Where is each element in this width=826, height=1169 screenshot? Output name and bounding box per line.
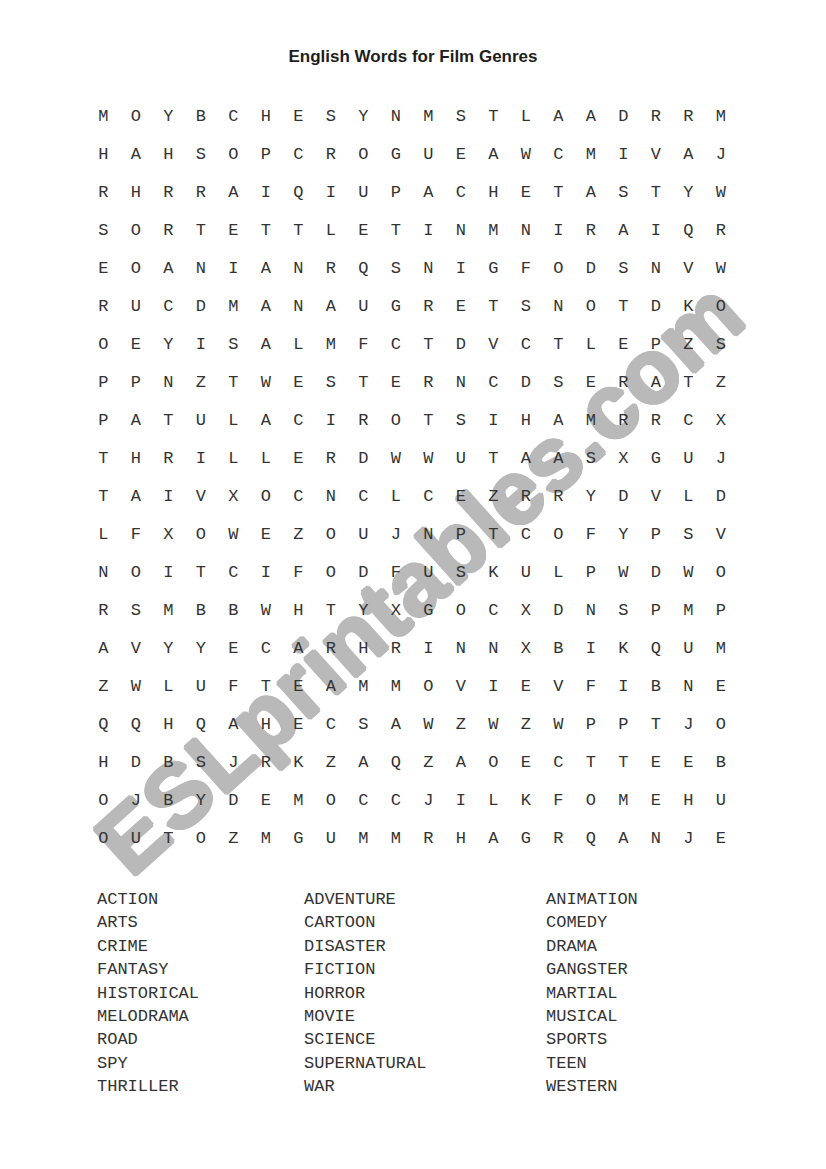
grid-cell: Z	[315, 743, 348, 781]
page-title: English Words for Film Genres	[0, 47, 826, 67]
grid-cell: N	[380, 97, 413, 135]
grid-cell: T	[152, 401, 185, 439]
grid-cell: W	[412, 439, 445, 477]
word-item: FANTASY	[97, 958, 199, 981]
word-item: CARTOON	[304, 911, 426, 934]
word-item: SPY	[97, 1052, 199, 1075]
grid-cell: E	[445, 477, 478, 515]
grid-cell: T	[185, 211, 218, 249]
grid-cell: U	[445, 439, 478, 477]
grid-cell: M	[575, 135, 608, 173]
grid-cell: D	[705, 477, 738, 515]
grid-cell: S	[672, 515, 705, 553]
grid-cell: B	[640, 667, 673, 705]
grid-cell: F	[380, 553, 413, 591]
grid-cell: R	[87, 591, 120, 629]
grid-cell: C	[510, 325, 543, 363]
grid-cell: M	[87, 97, 120, 135]
grid-cell: W	[672, 553, 705, 591]
grid-cell: Y	[185, 781, 218, 819]
grid-cell: Z	[477, 477, 510, 515]
grid-cell: T	[575, 743, 608, 781]
word-item: MOVIE	[304, 1005, 426, 1028]
grid-cell: A	[542, 401, 575, 439]
grid-cell: S	[575, 439, 608, 477]
word-search-grid: MOYBCHESYNMSTLAADRRMHAHSOPCROGUEAWCMIVAJ…	[87, 97, 737, 857]
grid-cell: N	[640, 819, 673, 857]
grid-cell: T	[672, 363, 705, 401]
grid-cell: R	[315, 629, 348, 667]
word-item: HORROR	[304, 982, 426, 1005]
grid-cell: I	[542, 211, 575, 249]
grid-cell: R	[315, 249, 348, 287]
grid-cell: S	[510, 287, 543, 325]
grid-cell: R	[152, 211, 185, 249]
grid-cell: I	[152, 477, 185, 515]
grid-cell: E	[282, 439, 315, 477]
grid-cell: K	[282, 743, 315, 781]
grid-cell: P	[640, 591, 673, 629]
grid-cell: D	[542, 591, 575, 629]
grid-cell: E	[705, 819, 738, 857]
grid-cell: S	[445, 553, 478, 591]
grid-cell: R	[640, 97, 673, 135]
word-item: MELODRAMA	[97, 1005, 199, 1028]
word-item: FICTION	[304, 958, 426, 981]
grid-cell: R	[347, 401, 380, 439]
grid-cell: T	[87, 439, 120, 477]
grid-cell: S	[542, 363, 575, 401]
grid-cell: E	[282, 667, 315, 705]
grid-cell: P	[120, 363, 153, 401]
grid-cell: I	[477, 667, 510, 705]
grid-cell: I	[315, 173, 348, 211]
grid-cell: M	[477, 211, 510, 249]
grid-cell: E	[575, 363, 608, 401]
grid-cell: O	[120, 553, 153, 591]
grid-cell: J	[120, 781, 153, 819]
grid-cell: J	[705, 135, 738, 173]
grid-cell: M	[672, 591, 705, 629]
grid-cell: D	[120, 743, 153, 781]
word-item: CRIME	[97, 935, 199, 958]
grid-cell: A	[152, 249, 185, 287]
grid-cell: H	[250, 97, 283, 135]
grid-cell: O	[217, 135, 250, 173]
grid-cell: R	[672, 97, 705, 135]
grid-cell: A	[412, 173, 445, 211]
grid-cell: I	[250, 553, 283, 591]
grid-cell: Y	[672, 173, 705, 211]
grid-cell: E	[282, 363, 315, 401]
grid-cell: Y	[347, 97, 380, 135]
grid-cell: A	[250, 287, 283, 325]
grid-cell: I	[412, 211, 445, 249]
grid-cell: I	[575, 629, 608, 667]
grid-cell: L	[217, 439, 250, 477]
grid-cell: E	[445, 135, 478, 173]
grid-cell: I	[217, 249, 250, 287]
grid-cell: O	[120, 97, 153, 135]
grid-cell: L	[575, 325, 608, 363]
grid-cell: P	[640, 325, 673, 363]
grid-cell: E	[347, 211, 380, 249]
grid-cell: C	[380, 781, 413, 819]
grid-cell: P	[575, 553, 608, 591]
grid-cell: T	[477, 439, 510, 477]
grid-cell: F	[282, 553, 315, 591]
grid-cell: E	[250, 781, 283, 819]
grid-cell: C	[412, 477, 445, 515]
grid-cell: C	[477, 363, 510, 401]
grid-cell: O	[120, 211, 153, 249]
grid-cell: T	[87, 477, 120, 515]
grid-cell: D	[640, 287, 673, 325]
word-item: GANGSTER	[546, 958, 638, 981]
grid-cell: K	[672, 287, 705, 325]
word-list-column-3: ANIMATIONCOMEDYDRAMAGANGSTERMARTIALMUSIC…	[546, 888, 638, 1099]
grid-cell: S	[185, 743, 218, 781]
grid-cell: L	[282, 325, 315, 363]
grid-cell: D	[640, 553, 673, 591]
word-item: SCIENCE	[304, 1028, 426, 1051]
grid-cell: Z	[672, 325, 705, 363]
grid-cell: R	[640, 401, 673, 439]
grid-cell: S	[445, 401, 478, 439]
grid-cell: A	[672, 135, 705, 173]
grid-cell: C	[282, 135, 315, 173]
grid-cell: F	[347, 325, 380, 363]
grid-cell: C	[315, 705, 348, 743]
grid-cell: V	[120, 629, 153, 667]
grid-cell: R	[510, 477, 543, 515]
grid-cell: E	[705, 667, 738, 705]
grid-cell: S	[87, 211, 120, 249]
grid-cell: O	[477, 743, 510, 781]
grid-cell: V	[672, 249, 705, 287]
grid-cell: I	[315, 401, 348, 439]
grid-cell: Y	[575, 477, 608, 515]
grid-cell: B	[705, 743, 738, 781]
grid-cell: E	[380, 363, 413, 401]
grid-cell: H	[510, 401, 543, 439]
grid-cell: E	[640, 743, 673, 781]
grid-cell: O	[120, 249, 153, 287]
grid-cell: C	[477, 591, 510, 629]
grid-cell: M	[607, 781, 640, 819]
grid-cell: B	[542, 629, 575, 667]
grid-cell: M	[380, 667, 413, 705]
grid-cell: L	[250, 439, 283, 477]
grid-cell: S	[347, 705, 380, 743]
grid-cell: P	[640, 515, 673, 553]
grid-cell: M	[152, 591, 185, 629]
grid-cell: F	[542, 781, 575, 819]
grid-cell: A	[250, 401, 283, 439]
grid-cell: N	[185, 249, 218, 287]
grid-cell: S	[120, 591, 153, 629]
grid-cell: U	[672, 439, 705, 477]
grid-cell: N	[282, 287, 315, 325]
grid-cell: X	[510, 629, 543, 667]
grid-cell: L	[315, 211, 348, 249]
grid-cell: M	[412, 97, 445, 135]
grid-cell: O	[705, 287, 738, 325]
grid-cell: V	[640, 135, 673, 173]
grid-cell: Z	[282, 515, 315, 553]
grid-cell: W	[542, 705, 575, 743]
grid-cell: W	[705, 173, 738, 211]
grid-cell: M	[705, 629, 738, 667]
grid-cell: G	[640, 439, 673, 477]
grid-cell: D	[445, 325, 478, 363]
grid-cell: Z	[510, 705, 543, 743]
grid-cell: O	[87, 325, 120, 363]
word-item: DISASTER	[304, 935, 426, 958]
grid-cell: T	[347, 363, 380, 401]
grid-cell: Q	[640, 629, 673, 667]
grid-cell: R	[87, 287, 120, 325]
word-item: COMEDY	[546, 911, 638, 934]
grid-cell: O	[412, 667, 445, 705]
grid-cell: J	[380, 515, 413, 553]
grid-cell: U	[412, 553, 445, 591]
grid-cell: Q	[575, 819, 608, 857]
grid-cell: N	[412, 515, 445, 553]
grid-cell: N	[510, 211, 543, 249]
grid-cell: A	[217, 173, 250, 211]
grid-cell: R	[185, 173, 218, 211]
grid-cell: W	[380, 439, 413, 477]
grid-cell: B	[152, 781, 185, 819]
grid-cell: Y	[185, 629, 218, 667]
word-item: THRILLER	[97, 1075, 199, 1098]
grid-cell: P	[380, 173, 413, 211]
grid-cell: N	[542, 287, 575, 325]
grid-cell: E	[282, 97, 315, 135]
grid-cell: T	[607, 287, 640, 325]
grid-cell: E	[510, 743, 543, 781]
grid-cell: C	[282, 401, 315, 439]
grid-cell: E	[510, 667, 543, 705]
grid-cell: L	[542, 553, 575, 591]
grid-cell: D	[607, 97, 640, 135]
grid-cell: O	[445, 591, 478, 629]
grid-cell: H	[347, 629, 380, 667]
grid-cell: K	[477, 553, 510, 591]
grid-cell: I	[607, 667, 640, 705]
grid-cell: R	[575, 211, 608, 249]
grid-cell: C	[672, 401, 705, 439]
grid-cell: D	[607, 477, 640, 515]
grid-cell: D	[217, 781, 250, 819]
grid-cell: E	[510, 173, 543, 211]
grid-cell: G	[510, 819, 543, 857]
grid-cell: I	[445, 781, 478, 819]
grid-cell: E	[87, 249, 120, 287]
grid-cell: A	[250, 325, 283, 363]
grid-cell: R	[412, 819, 445, 857]
grid-cell: G	[380, 287, 413, 325]
grid-cell: X	[217, 477, 250, 515]
grid-cell: A	[87, 629, 120, 667]
grid-cell: E	[672, 743, 705, 781]
grid-cell: P	[87, 363, 120, 401]
grid-cell: M	[380, 819, 413, 857]
grid-cell: Q	[185, 705, 218, 743]
grid-cell: M	[705, 97, 738, 135]
grid-cell: H	[120, 439, 153, 477]
grid-cell: H	[87, 135, 120, 173]
grid-cell: R	[705, 211, 738, 249]
grid-cell: N	[445, 211, 478, 249]
grid-cell: J	[672, 819, 705, 857]
grid-cell: D	[347, 553, 380, 591]
grid-cell: Y	[607, 515, 640, 553]
grid-cell: V	[185, 477, 218, 515]
word-item: TEEN	[546, 1052, 638, 1075]
grid-cell: A	[477, 135, 510, 173]
grid-cell: F	[120, 515, 153, 553]
word-list: ACTIONARTSCRIMEFANTASYHISTORICALMELODRAM…	[0, 888, 826, 1118]
grid-cell: N	[152, 363, 185, 401]
grid-cell: O	[315, 553, 348, 591]
grid-cell: G	[380, 135, 413, 173]
grid-cell: R	[87, 173, 120, 211]
grid-cell: T	[477, 515, 510, 553]
grid-cell: X	[705, 401, 738, 439]
grid-cell: O	[705, 705, 738, 743]
grid-cell: E	[120, 325, 153, 363]
grid-cell: R	[412, 287, 445, 325]
grid-cell: H	[282, 591, 315, 629]
word-item: ANIMATION	[546, 888, 638, 911]
grid-cell: P	[607, 705, 640, 743]
grid-cell: J	[705, 439, 738, 477]
grid-cell: T	[250, 211, 283, 249]
grid-cell: Z	[217, 819, 250, 857]
word-item: ARTS	[97, 911, 199, 934]
grid-cell: N	[412, 249, 445, 287]
grid-cell: C	[380, 325, 413, 363]
grid-cell: I	[640, 211, 673, 249]
grid-cell: A	[380, 705, 413, 743]
grid-cell: V	[640, 477, 673, 515]
grid-cell: Y	[152, 325, 185, 363]
word-list-column-2: ADVENTURECARTOONDISASTERFICTIONHORRORMOV…	[304, 888, 426, 1099]
grid-cell: W	[250, 591, 283, 629]
grid-cell: T	[640, 705, 673, 743]
grid-cell: C	[542, 135, 575, 173]
grid-cell: N	[640, 249, 673, 287]
grid-cell: R	[607, 401, 640, 439]
grid-cell: X	[380, 591, 413, 629]
grid-cell: E	[607, 325, 640, 363]
grid-cell: S	[217, 325, 250, 363]
worksheet-page: ESLprintables.com English Words for Film…	[0, 0, 826, 1169]
grid-cell: U	[120, 287, 153, 325]
grid-cell: R	[607, 363, 640, 401]
grid-cell: U	[185, 401, 218, 439]
grid-cell: F	[510, 249, 543, 287]
grid-cell: V	[477, 325, 510, 363]
grid-cell: E	[217, 629, 250, 667]
grid-cell: A	[250, 249, 283, 287]
grid-cell: I	[152, 553, 185, 591]
grid-cell: P	[87, 401, 120, 439]
grid-cell: R	[315, 439, 348, 477]
grid-cell: U	[347, 173, 380, 211]
grid-cell: J	[672, 705, 705, 743]
grid-cell: W	[412, 705, 445, 743]
grid-cell: B	[217, 591, 250, 629]
grid-cell: K	[607, 629, 640, 667]
grid-cell: A	[282, 629, 315, 667]
grid-cell: M	[217, 287, 250, 325]
grid-cell: X	[510, 591, 543, 629]
grid-cell: M	[250, 819, 283, 857]
grid-cell: Q	[282, 173, 315, 211]
grid-cell: C	[347, 781, 380, 819]
grid-cell: T	[412, 325, 445, 363]
grid-cell: O	[575, 287, 608, 325]
grid-cell: A	[607, 211, 640, 249]
grid-cell: S	[380, 249, 413, 287]
grid-cell: U	[347, 287, 380, 325]
grid-cell: I	[607, 135, 640, 173]
grid-cell: U	[705, 781, 738, 819]
grid-cell: C	[445, 173, 478, 211]
grid-cell: A	[542, 97, 575, 135]
grid-cell: U	[347, 515, 380, 553]
grid-cell: H	[250, 705, 283, 743]
grid-cell: I	[445, 249, 478, 287]
grid-cell: R	[315, 135, 348, 173]
grid-cell: W	[607, 553, 640, 591]
grid-cell: E	[250, 515, 283, 553]
grid-cell: P	[250, 135, 283, 173]
grid-cell: W	[477, 705, 510, 743]
grid-cell: S	[315, 97, 348, 135]
grid-cell: Y	[347, 591, 380, 629]
word-item: WESTERN	[546, 1075, 638, 1098]
grid-cell: N	[282, 249, 315, 287]
grid-cell: O	[87, 781, 120, 819]
grid-cell: S	[315, 363, 348, 401]
grid-cell: T	[185, 553, 218, 591]
grid-cell: H	[672, 781, 705, 819]
grid-cell: A	[477, 819, 510, 857]
grid-cell: W	[250, 363, 283, 401]
grid-cell: N	[315, 477, 348, 515]
grid-cell: L	[217, 401, 250, 439]
grid-cell: U	[672, 629, 705, 667]
word-item: HISTORICAL	[97, 982, 199, 1005]
grid-cell: M	[575, 401, 608, 439]
grid-cell: O	[542, 249, 575, 287]
grid-cell: T	[640, 173, 673, 211]
grid-cell: R	[380, 629, 413, 667]
grid-cell: Q	[120, 705, 153, 743]
grid-cell: R	[412, 363, 445, 401]
grid-cell: H	[152, 705, 185, 743]
grid-cell: U	[510, 553, 543, 591]
grid-cell: E	[217, 211, 250, 249]
grid-cell: S	[705, 325, 738, 363]
grid-cell: W	[705, 249, 738, 287]
grid-cell: O	[542, 515, 575, 553]
word-item: MUSICAL	[546, 1005, 638, 1028]
